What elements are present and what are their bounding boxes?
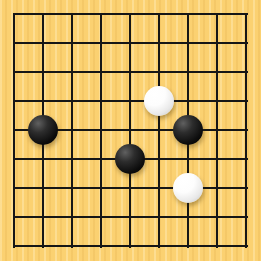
black-stone-glyph: ● <box>28 115 58 145</box>
stones-layer: ●○●●○ <box>0 0 261 261</box>
go-board[interactable]: ●○●●○ <box>0 0 261 261</box>
white-stone: ○ <box>144 86 174 116</box>
black-stone: ● <box>115 144 145 174</box>
white-stone: ○ <box>173 173 203 203</box>
black-stone: ● <box>28 115 58 145</box>
black-stone-glyph: ● <box>115 144 145 174</box>
black-stone-glyph: ● <box>173 115 203 145</box>
black-stone: ● <box>173 115 203 145</box>
white-stone-glyph: ○ <box>173 173 203 203</box>
white-stone-glyph: ○ <box>144 86 174 116</box>
